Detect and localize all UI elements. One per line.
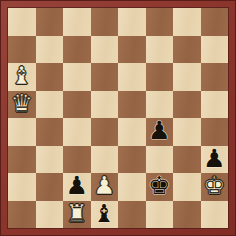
square-b6[interactable]	[36, 63, 64, 91]
square-h4[interactable]	[201, 118, 229, 146]
square-a5[interactable]: ♛	[8, 91, 36, 119]
piece-white-queen[interactable]: ♛	[11, 91, 33, 116]
square-b3[interactable]	[36, 146, 64, 174]
square-g3[interactable]	[173, 146, 201, 174]
square-c6[interactable]	[63, 63, 91, 91]
chess-board-frame: ♝♛♟♟♟♟♚♚♜♝	[0, 0, 236, 236]
square-c4[interactable]	[63, 118, 91, 146]
square-b7[interactable]	[36, 36, 64, 64]
square-e2[interactable]	[118, 173, 146, 201]
square-f2[interactable]: ♚	[146, 173, 174, 201]
piece-black-pawn[interactable]: ♟	[203, 146, 225, 171]
square-a8[interactable]	[8, 8, 36, 36]
square-h6[interactable]	[201, 63, 229, 91]
square-a2[interactable]	[8, 173, 36, 201]
piece-black-king[interactable]: ♚	[148, 173, 170, 198]
square-c8[interactable]	[63, 8, 91, 36]
piece-white-rook[interactable]: ♜	[66, 201, 88, 226]
square-d5[interactable]	[91, 91, 119, 119]
square-a4[interactable]	[8, 118, 36, 146]
square-d2[interactable]: ♟	[91, 173, 119, 201]
square-h5[interactable]	[201, 91, 229, 119]
square-a1[interactable]	[8, 201, 36, 229]
square-d6[interactable]	[91, 63, 119, 91]
square-a7[interactable]	[8, 36, 36, 64]
chess-board: ♝♛♟♟♟♟♚♚♜♝	[8, 8, 228, 228]
square-g2[interactable]	[173, 173, 201, 201]
square-g4[interactable]	[173, 118, 201, 146]
square-h3[interactable]: ♟	[201, 146, 229, 174]
piece-black-pawn[interactable]: ♟	[148, 118, 170, 143]
square-g5[interactable]	[173, 91, 201, 119]
square-f5[interactable]	[146, 91, 174, 119]
square-e1[interactable]	[118, 201, 146, 229]
square-f1[interactable]	[146, 201, 174, 229]
square-c7[interactable]	[63, 36, 91, 64]
square-h7[interactable]	[201, 36, 229, 64]
square-h2[interactable]: ♚	[201, 173, 229, 201]
square-h1[interactable]	[201, 201, 229, 229]
square-e4[interactable]	[118, 118, 146, 146]
square-f7[interactable]	[146, 36, 174, 64]
square-d7[interactable]	[91, 36, 119, 64]
square-e5[interactable]	[118, 91, 146, 119]
square-a6[interactable]: ♝	[8, 63, 36, 91]
square-a3[interactable]	[8, 146, 36, 174]
square-b5[interactable]	[36, 91, 64, 119]
square-c1[interactable]: ♜	[63, 201, 91, 229]
piece-white-pawn[interactable]: ♟	[93, 173, 115, 198]
square-d4[interactable]	[91, 118, 119, 146]
square-e7[interactable]	[118, 36, 146, 64]
square-c2[interactable]: ♟	[63, 173, 91, 201]
square-e8[interactable]	[118, 8, 146, 36]
square-b2[interactable]	[36, 173, 64, 201]
square-b1[interactable]	[36, 201, 64, 229]
square-f6[interactable]	[146, 63, 174, 91]
square-h8[interactable]	[201, 8, 229, 36]
square-b4[interactable]	[36, 118, 64, 146]
square-d3[interactable]	[91, 146, 119, 174]
square-d1[interactable]: ♝	[91, 201, 119, 229]
piece-black-bishop[interactable]: ♝	[93, 201, 115, 226]
square-g7[interactable]	[173, 36, 201, 64]
square-g8[interactable]	[173, 8, 201, 36]
piece-white-king[interactable]: ♚	[203, 173, 225, 198]
square-d8[interactable]	[91, 8, 119, 36]
square-e6[interactable]	[118, 63, 146, 91]
square-f4[interactable]: ♟	[146, 118, 174, 146]
piece-black-pawn[interactable]: ♟	[66, 173, 88, 198]
square-f3[interactable]	[146, 146, 174, 174]
piece-white-bishop[interactable]: ♝	[11, 63, 33, 88]
square-g6[interactable]	[173, 63, 201, 91]
square-e3[interactable]	[118, 146, 146, 174]
square-c3[interactable]	[63, 146, 91, 174]
square-b8[interactable]	[36, 8, 64, 36]
square-f8[interactable]	[146, 8, 174, 36]
square-c5[interactable]	[63, 91, 91, 119]
square-g1[interactable]	[173, 201, 201, 229]
